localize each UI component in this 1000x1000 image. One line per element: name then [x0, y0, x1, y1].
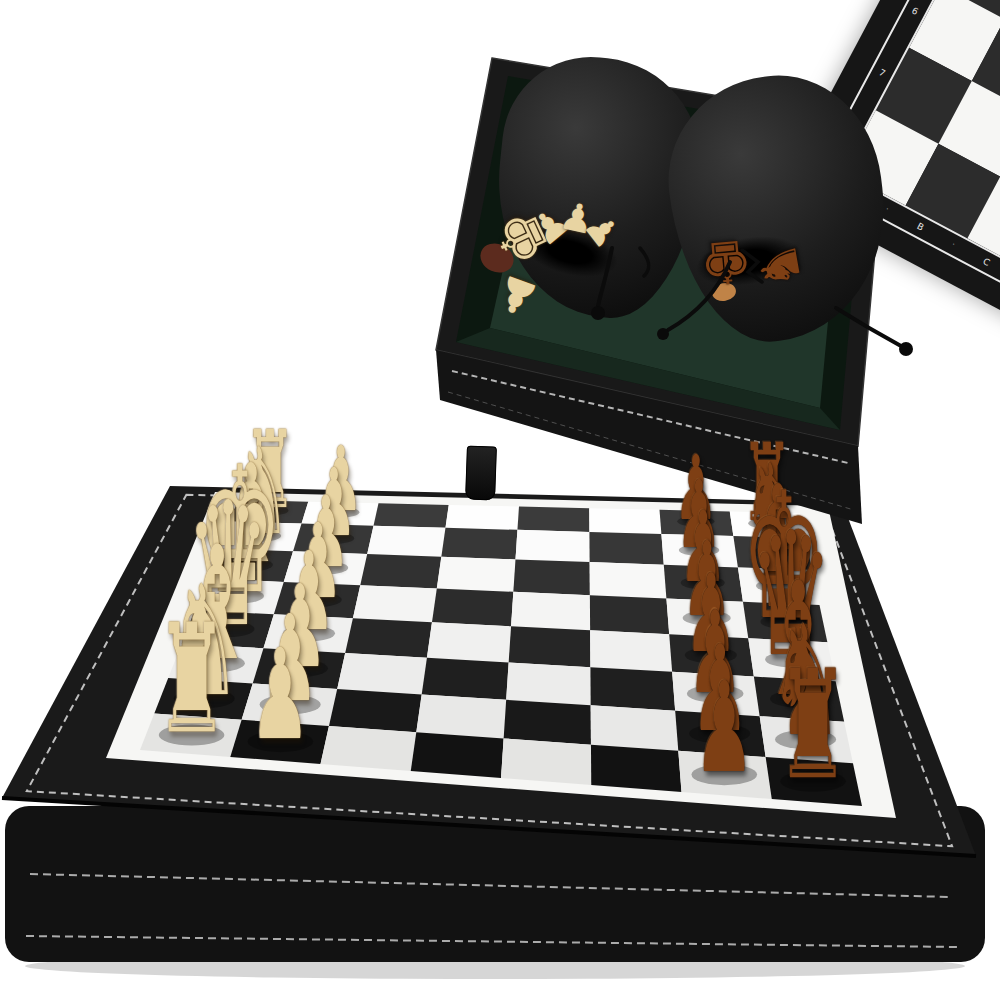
product-photo-scene: A·B·C·D·E·F·G·H 12345678 ♚♟♟♟♟♚♞ ♜♟♟♜♞♟♟… — [0, 0, 1000, 1000]
piece-white-pawn-h2[interactable]: ♟ — [250, 633, 311, 758]
piece-black-rook-h8[interactable]: ♜ — [777, 651, 850, 801]
piece-black-pawn-h7[interactable]: ♟ — [694, 666, 755, 791]
piece-white-rook-h1[interactable]: ♜ — [155, 604, 228, 754]
chess-pieces-layer: ♜♟♟♜♞♟♟♞♝♟♟♝♚♟♟♚♛♟♟♛♝♟♟♝♞♟♟♞♜♟♟♜ — [0, 0, 1000, 1000]
